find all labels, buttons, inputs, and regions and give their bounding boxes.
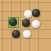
stone-black-last-move (9, 18, 17, 26)
stone-white (24, 10, 32, 18)
stone-black (22, 19, 30, 27)
stone-black (12, 30, 20, 38)
game-board[interactable] (0, 0, 51, 51)
stone-white (23, 30, 31, 38)
stone-white (32, 20, 40, 28)
stone-black (32, 9, 40, 17)
